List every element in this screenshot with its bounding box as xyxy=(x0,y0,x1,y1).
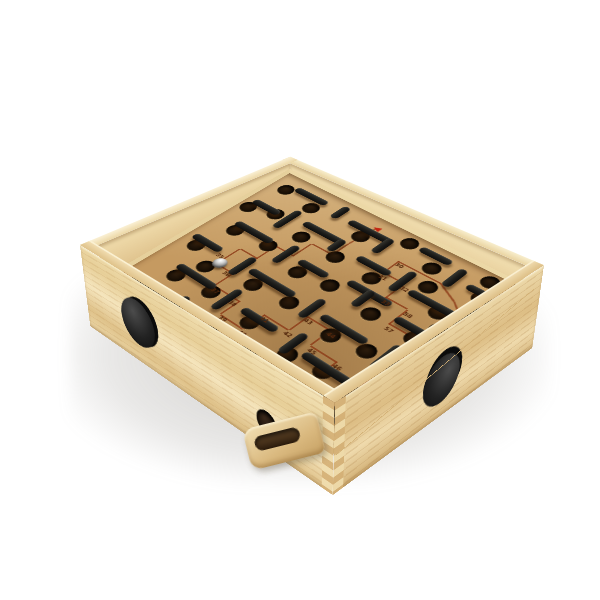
checkpoint-number: 30 xyxy=(393,262,405,269)
box-rim-left xyxy=(80,157,298,250)
hole xyxy=(356,305,385,324)
maze-wall xyxy=(406,289,463,321)
finger-joints-right xyxy=(333,395,346,495)
maze-wall xyxy=(301,221,345,245)
hole xyxy=(298,201,323,215)
hole xyxy=(316,326,346,346)
course-line xyxy=(348,228,377,244)
maze-wall xyxy=(191,233,225,253)
course-line xyxy=(382,272,404,284)
course-line xyxy=(214,286,240,302)
maze-wall xyxy=(296,259,331,279)
course-line xyxy=(263,314,289,330)
course-line xyxy=(256,246,276,259)
checkpoint-number: 45 xyxy=(305,347,318,356)
course-line xyxy=(289,316,309,330)
maze-wall xyxy=(233,220,275,244)
hole xyxy=(396,236,423,252)
maze-wall xyxy=(174,263,218,290)
maze-wall xyxy=(318,313,370,345)
hole xyxy=(347,229,373,245)
checkpoint-number: 38 xyxy=(226,300,239,308)
hole xyxy=(235,313,264,332)
course-line xyxy=(292,244,312,257)
hole xyxy=(197,283,225,301)
labyrinth-box: 3031323335363738394041424344454647484950… xyxy=(80,157,544,403)
checkpoint-number: 42 xyxy=(281,330,294,339)
maze-wall xyxy=(370,238,396,255)
hole xyxy=(263,207,288,222)
hole xyxy=(357,270,385,287)
checkpoint-number: 33 xyxy=(379,299,392,307)
hole xyxy=(274,183,299,197)
hole xyxy=(284,264,311,281)
checkpoint-number: 46 xyxy=(330,363,344,373)
course-line xyxy=(217,264,235,275)
hole xyxy=(418,260,446,277)
checkpoint-number: 41 xyxy=(258,316,271,324)
course-line xyxy=(314,361,338,379)
course-line xyxy=(240,249,258,259)
maze-wall xyxy=(293,187,329,206)
checkpoint-number: 35 xyxy=(214,253,226,260)
hole xyxy=(162,267,189,284)
hole xyxy=(316,277,344,295)
course-line xyxy=(310,346,338,363)
box-rim-back xyxy=(282,157,544,270)
product-photo-scene: 3031323335363738394041424344454647484950… xyxy=(0,0,600,600)
maze-wall xyxy=(209,288,244,311)
course-line xyxy=(217,249,240,264)
course-line xyxy=(312,244,334,256)
maze-wall xyxy=(325,238,347,252)
maze-wall xyxy=(296,298,327,319)
hole xyxy=(183,237,209,253)
checkpoint-number: 37 xyxy=(209,287,221,295)
course-line xyxy=(243,314,265,329)
checkpoint-number: 58 xyxy=(401,311,414,319)
checkpoint-number: 31 xyxy=(376,274,388,282)
maze-wall xyxy=(440,268,469,288)
steel-ball xyxy=(209,256,231,269)
hole xyxy=(222,223,248,238)
maze-wall xyxy=(345,279,394,307)
checkpoint-number: 36 xyxy=(220,270,232,277)
course-line xyxy=(220,301,240,315)
course-line xyxy=(388,310,408,325)
tilt-knob-front[interactable] xyxy=(122,288,160,356)
start-arrow xyxy=(371,226,382,232)
maze-wall xyxy=(271,210,303,229)
course-line xyxy=(382,261,400,273)
maze-wall xyxy=(239,307,280,334)
maze-wall xyxy=(270,244,301,264)
hole xyxy=(288,229,314,245)
course-line xyxy=(440,283,455,302)
maze-wall xyxy=(417,246,454,266)
hole xyxy=(236,200,261,214)
maze-wall xyxy=(387,270,419,292)
hole xyxy=(255,238,281,254)
maze-wall xyxy=(226,256,258,276)
checkpoint-number: 57 xyxy=(382,326,395,335)
maze-wall xyxy=(346,219,393,244)
hole xyxy=(351,341,382,362)
maze-wall xyxy=(349,289,377,308)
checkpoint-number: 32 xyxy=(397,285,410,293)
maze-wall xyxy=(277,332,310,355)
hole xyxy=(414,278,442,296)
checkpoint-number: 43 xyxy=(301,318,314,327)
maze-wall xyxy=(251,199,282,216)
maze-wall xyxy=(329,206,352,220)
maze-wall xyxy=(354,255,393,277)
course-line xyxy=(310,330,332,346)
hole xyxy=(275,294,304,312)
hole xyxy=(239,276,267,294)
course-line xyxy=(331,244,349,256)
course-line xyxy=(385,284,404,298)
course-line xyxy=(397,261,441,284)
course-line xyxy=(385,297,408,310)
course-line xyxy=(276,246,294,256)
hole xyxy=(192,258,219,275)
tilt-knob-right[interactable] xyxy=(424,337,465,410)
maze-wall xyxy=(247,268,298,299)
course-line xyxy=(307,316,332,331)
course-line xyxy=(215,273,235,286)
checkpoint-number: 44 xyxy=(324,331,337,340)
hole xyxy=(322,249,349,265)
